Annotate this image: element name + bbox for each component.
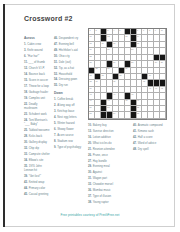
cell-number: 17 xyxy=(113,42,115,44)
clue-item: 4. Nest egg letters xyxy=(54,115,82,119)
cell-number: 13 xyxy=(125,35,127,37)
clue-item: 44. Primary color xyxy=(24,186,51,190)
clue-item: 16. Lotion additive xyxy=(88,135,129,139)
clue-item: 22. Deadly mushroom xyxy=(24,102,51,111)
cell-number: 2 xyxy=(95,29,96,31)
cell-number: 38 xyxy=(143,80,145,82)
clue-item: 12. Church V.I.P. xyxy=(24,66,51,70)
clue-item: 31. Wagon part xyxy=(88,176,129,180)
cell-number: 37 xyxy=(113,80,115,82)
clue-item: 20. What icicles do xyxy=(88,141,129,145)
clue-item: 10. Bakery buy xyxy=(88,123,129,127)
cell-number: 20 xyxy=(107,48,109,50)
cell-number: 48 xyxy=(125,99,127,101)
clue-item: 23. Schubert work xyxy=(24,112,51,116)
clue-item: 41. Kimono sash xyxy=(133,129,172,133)
clue-item: 54. Dressing gown xyxy=(54,77,82,81)
clue-item: 43. Knitted wrap xyxy=(24,180,51,184)
clue-item: 52. Tip, as a hat xyxy=(54,66,82,70)
clue-item: 38. Young raptor xyxy=(88,200,129,204)
clue-item: 46. Despondent cry xyxy=(54,36,82,40)
clue-item: 1. Coffee break xyxy=(54,97,82,101)
clue-item: 37. Type of illusion xyxy=(88,194,129,198)
clue-item: 14. Bounce back xyxy=(24,72,51,76)
cell-number: 49 xyxy=(137,99,139,101)
clue-item: 33. Chowder morsel xyxy=(88,182,129,186)
cell-number: 11 xyxy=(90,35,92,37)
clue-item: 28. Kicks back xyxy=(24,134,51,138)
clue-column-4: 40. Aromatic compound41. Kimono sash42. … xyxy=(133,123,172,153)
clue-item: 18. Garbage hauler xyxy=(24,90,51,94)
crossword-grid: 1234567891011121314151617181920212223242… xyxy=(88,28,167,120)
cell-number: 51 xyxy=(107,106,109,108)
cell-number: 12 xyxy=(107,35,109,37)
clue-item: 33. Campsite shelter xyxy=(24,152,51,156)
clue-item: 13. Sunrise direction xyxy=(88,129,129,133)
clue-item: 30. Against xyxy=(88,170,129,174)
clue-column-3: 10. Bakery buy13. Sunrise direction16. L… xyxy=(88,123,129,206)
cell-number: 36 xyxy=(95,80,97,82)
clue-item: 47. Evening bell xyxy=(54,42,82,46)
cell-number: 15 xyxy=(90,42,92,44)
cell-number: 39 xyxy=(90,87,92,89)
clue-item: 40. Aromatic compound xyxy=(133,123,172,127)
cell-number: 42 xyxy=(161,87,163,89)
cell-number: 44 xyxy=(113,93,115,95)
cell-number: 33 xyxy=(119,74,121,76)
cell-number: 54 xyxy=(113,112,115,114)
cell-number: 30 xyxy=(125,67,127,69)
cell-number: 26 xyxy=(155,61,157,63)
cell-number: 34 xyxy=(149,74,151,76)
cell-number: 25 xyxy=(131,61,133,63)
clue-item: 6. Showy flower xyxy=(54,127,82,131)
clue-column-2: 46. Despondent cry47. Evening bell49. Hi… xyxy=(54,36,82,150)
clue-item: 5. Winter hazard xyxy=(54,121,82,125)
clue-item: 11. ___ of thumb xyxy=(24,60,51,64)
cell-number: 22 xyxy=(90,55,92,57)
cell-number: 35 xyxy=(90,80,92,82)
cell-number: 1 xyxy=(90,29,91,31)
cell-number: 8 xyxy=(149,29,150,31)
cell-number: 31 xyxy=(90,74,92,76)
footer-credit: Free printables courtesy of PrintItFree.… xyxy=(0,213,180,217)
cell-number: 24 xyxy=(113,61,115,63)
cell-number: 50 xyxy=(90,106,92,108)
clue-item: 27. Hay bundle xyxy=(88,159,129,163)
clue-item: 21. Reunion attendee xyxy=(88,147,129,151)
cell-number: 47 xyxy=(107,99,109,101)
clue-item: 47. Word of advice xyxy=(133,141,172,145)
cell-number: 45 xyxy=(131,93,133,95)
cell-number: 19 xyxy=(90,48,92,50)
clue-item: 3. Knife wound xyxy=(24,48,51,52)
cell-number: 7 xyxy=(143,29,144,31)
clue-item: 32. Chip dip xyxy=(24,146,51,150)
cell-number: 32 xyxy=(101,74,103,76)
clue-item: 19. Complex unit xyxy=(24,96,51,100)
cell-number: 29 xyxy=(107,67,109,69)
clue-item: 29. Evening meal xyxy=(88,164,129,168)
clue-item: 39. "Get lost!" xyxy=(24,174,51,178)
cell-number: 46 xyxy=(90,99,92,101)
cell-number: 10 xyxy=(161,29,163,31)
clue-item: 8. Stadium row xyxy=(54,139,82,143)
cell-number: 53 xyxy=(90,112,92,114)
clue-item: 48. Dry spell xyxy=(133,147,172,151)
clue-item: 55. Dry run xyxy=(54,83,82,87)
clue-item: 49. Hitchhiker's aid xyxy=(54,48,82,52)
clue-item: 24. Toni Morrison's "___ Baby" xyxy=(24,118,51,127)
clue-item: 53. Household xyxy=(54,72,82,76)
cell-number: 9 xyxy=(155,29,156,31)
clue-item: 30. Gallery display xyxy=(24,140,51,144)
cell-number: 23 xyxy=(90,61,92,63)
clue-column-1: Across1. Cabin crew3. Knife wound6. "Har… xyxy=(24,36,51,198)
clue-item: 36. Mumbai music xyxy=(88,188,129,192)
clue-item: 34. Elbow's site xyxy=(24,158,51,162)
cell-number: 16 xyxy=(101,42,103,44)
crossword-page: { "game": "crossword", "page": { "title"… xyxy=(0,0,180,232)
clue-item: 15. Score in soccer xyxy=(24,78,51,82)
cell-number: 52 xyxy=(137,106,139,108)
cell-number: 18 xyxy=(137,42,139,44)
down-header: Down xyxy=(54,91,82,96)
cell-number: 6 xyxy=(137,29,138,31)
clue-item: 45. Casual greeting xyxy=(24,192,51,196)
cell-number: 5 xyxy=(119,29,120,31)
clue-item: 35. 1970 John Lennon hit xyxy=(24,164,51,173)
clue-item: 51. Dole (out) xyxy=(54,60,82,64)
cell-number: 21 xyxy=(131,48,133,50)
cell-number: 14 xyxy=(137,35,139,37)
clue-item: 3. Ketchup base xyxy=(54,109,82,113)
cell-number: 41 xyxy=(155,87,157,89)
clue-item: 6. "Har har!" xyxy=(24,54,51,58)
clue-item: 50. Ohio city xyxy=(54,54,82,58)
cell-number: 28 xyxy=(95,67,97,69)
clue-item: 25. Tabloid twosome xyxy=(24,128,51,132)
across-header: Across xyxy=(24,36,51,41)
clue-item: 7. Acorn source xyxy=(54,133,82,137)
cell-number: 4 xyxy=(113,29,114,31)
page-edge-shadow xyxy=(3,4,5,227)
grid-cell[interactable] xyxy=(160,112,166,118)
cell-number: 3 xyxy=(107,29,108,31)
clue-item: 1. Cabin crew xyxy=(24,42,51,46)
cell-number: 27 xyxy=(161,61,163,63)
cell-number: 40 xyxy=(149,87,151,89)
cell-number: 55 xyxy=(137,112,139,114)
page-title: Crossword #2 xyxy=(24,15,73,22)
clue-item: 26. Prune, once xyxy=(88,153,129,157)
cell-number: 43 xyxy=(90,93,92,95)
clue-item: 42. Half a score xyxy=(133,135,172,139)
clue-item: 17. Throw for a loop xyxy=(24,84,51,88)
clue-item: 9. Type of psychology xyxy=(54,145,82,149)
clue-item: 2. A long way off xyxy=(54,103,82,107)
